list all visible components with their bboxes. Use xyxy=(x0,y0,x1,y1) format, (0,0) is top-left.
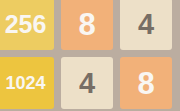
2048-board[interactable]: 256 8 4 1024 4 8 xyxy=(0,0,180,111)
tile-4: 4 xyxy=(120,0,172,50)
tile-256: 256 xyxy=(0,0,54,50)
tile-8: 8 xyxy=(120,57,172,109)
tile-1024: 1024 xyxy=(0,57,54,109)
tile-8: 8 xyxy=(61,0,113,50)
tile-4: 4 xyxy=(61,57,113,109)
